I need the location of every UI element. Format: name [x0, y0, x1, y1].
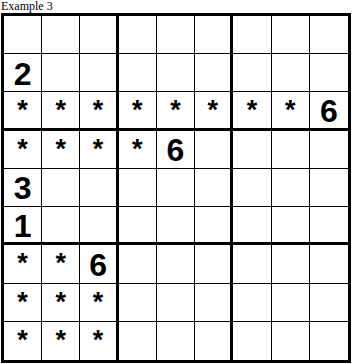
asterisk-mark: * [93, 327, 104, 354]
asterisk-mark: * [93, 97, 104, 124]
asterisk-mark: * [56, 97, 67, 124]
cell-r6c7[interactable] [233, 207, 271, 245]
cell-r5c8[interactable] [272, 169, 310, 207]
cell-r2c6[interactable] [195, 54, 233, 92]
asterisk-mark: * [207, 97, 218, 124]
cell-r2c1[interactable]: 2 [4, 54, 42, 92]
cell-r8c4[interactable] [119, 284, 157, 322]
cell-r1c8[interactable] [272, 16, 310, 54]
cell-r1c1[interactable] [4, 16, 42, 54]
cell-r7c4[interactable] [119, 245, 157, 283]
cell-r5c3[interactable] [80, 169, 118, 207]
cell-r3c8[interactable]: * [272, 92, 310, 130]
cell-r7c1[interactable]: * [4, 245, 42, 283]
cell-r8c8[interactable] [272, 284, 310, 322]
cell-r7c5[interactable] [157, 245, 195, 283]
given-digit: 6 [320, 93, 338, 127]
cell-r4c9[interactable] [310, 131, 348, 169]
cell-r4c3[interactable]: * [80, 131, 118, 169]
cell-r4c8[interactable] [272, 131, 310, 169]
cell-r9c4[interactable] [119, 322, 157, 360]
asterisk-mark: * [93, 289, 104, 316]
cell-r6c9[interactable] [310, 207, 348, 245]
asterisk-mark: * [56, 327, 67, 354]
cell-r4c5[interactable]: 6 [157, 131, 195, 169]
asterisk-mark: * [17, 136, 28, 163]
cell-r9c2[interactable]: * [42, 322, 80, 360]
cell-r5c6[interactable] [195, 169, 233, 207]
cell-r1c5[interactable] [157, 16, 195, 54]
cell-r6c8[interactable] [272, 207, 310, 245]
cell-r8c6[interactable] [195, 284, 233, 322]
cell-r3c7[interactable]: * [233, 92, 271, 130]
asterisk-mark: * [285, 97, 296, 124]
asterisk-mark: * [56, 250, 67, 277]
asterisk-mark: * [170, 97, 181, 124]
cell-r8c2[interactable]: * [42, 284, 80, 322]
asterisk-mark: * [17, 327, 28, 354]
cell-r7c3[interactable]: 6 [80, 245, 118, 283]
given-digit: 3 [14, 170, 32, 204]
cell-r1c9[interactable] [310, 16, 348, 54]
asterisk-mark: * [17, 250, 28, 277]
asterisk-mark: * [17, 97, 28, 124]
cell-r9c7[interactable] [233, 322, 271, 360]
given-digit: 1 [14, 208, 32, 242]
cell-r7c7[interactable] [233, 245, 271, 283]
sudoku-board: 2********6****631**6****** [1, 13, 351, 363]
cell-r2c4[interactable] [119, 54, 157, 92]
cell-r6c3[interactable] [80, 207, 118, 245]
sudoku-diagram: Example 3 2********6****631**6****** [0, 0, 352, 364]
asterisk-mark: * [132, 97, 143, 124]
cell-r7c2[interactable]: * [42, 245, 80, 283]
cell-r3c9[interactable]: 6 [310, 92, 348, 130]
asterisk-mark: * [247, 97, 258, 124]
cell-r1c4[interactable] [119, 16, 157, 54]
cell-r5c1[interactable]: 3 [4, 169, 42, 207]
cell-r6c6[interactable] [195, 207, 233, 245]
cell-r2c2[interactable] [42, 54, 80, 92]
asterisk-mark: * [56, 289, 67, 316]
cell-r3c1[interactable]: * [4, 92, 42, 130]
cell-r7c6[interactable] [195, 245, 233, 283]
cell-r3c5[interactable]: * [157, 92, 195, 130]
cell-r3c2[interactable]: * [42, 92, 80, 130]
cell-r1c6[interactable] [195, 16, 233, 54]
asterisk-mark: * [17, 289, 28, 316]
cell-r6c2[interactable] [42, 207, 80, 245]
cell-r8c9[interactable] [310, 284, 348, 322]
cell-r5c4[interactable] [119, 169, 157, 207]
cell-r7c9[interactable] [310, 245, 348, 283]
cell-r2c9[interactable] [310, 54, 348, 92]
cell-r2c7[interactable] [233, 54, 271, 92]
cell-r9c9[interactable] [310, 322, 348, 360]
cell-r1c7[interactable] [233, 16, 271, 54]
cell-r4c4[interactable]: * [119, 131, 157, 169]
cell-r9c8[interactable] [272, 322, 310, 360]
cell-r3c4[interactable]: * [119, 92, 157, 130]
cell-r1c2[interactable] [42, 16, 80, 54]
cell-r6c1[interactable]: 1 [4, 207, 42, 245]
cell-r8c1[interactable]: * [4, 284, 42, 322]
asterisk-mark: * [56, 136, 67, 163]
cell-r5c2[interactable] [42, 169, 80, 207]
cell-r6c5[interactable] [157, 207, 195, 245]
page-title: Example 3 [1, 0, 53, 13]
cell-r2c5[interactable] [157, 54, 195, 92]
cell-r5c5[interactable] [157, 169, 195, 207]
cell-r8c7[interactable] [233, 284, 271, 322]
cell-r9c5[interactable] [157, 322, 195, 360]
cell-r9c1[interactable]: * [4, 322, 42, 360]
cell-r4c6[interactable] [195, 131, 233, 169]
cell-r4c2[interactable]: * [42, 131, 80, 169]
given-digit: 6 [167, 132, 185, 166]
asterisk-mark: * [93, 136, 104, 163]
cell-r6c4[interactable] [119, 207, 157, 245]
cell-r2c8[interactable] [272, 54, 310, 92]
given-digit: 6 [89, 247, 107, 281]
cell-r9c3[interactable]: * [80, 322, 118, 360]
cell-r5c7[interactable] [233, 169, 271, 207]
cell-r3c6[interactable]: * [195, 92, 233, 130]
cell-r5c9[interactable] [310, 169, 348, 207]
cell-r4c7[interactable] [233, 131, 271, 169]
cell-r8c3[interactable]: * [80, 284, 118, 322]
cell-r2c3[interactable] [80, 54, 118, 92]
cell-r9c6[interactable] [195, 322, 233, 360]
asterisk-mark: * [132, 136, 143, 163]
cell-r4c1[interactable]: * [4, 131, 42, 169]
cell-r3c3[interactable]: * [80, 92, 118, 130]
cell-r8c5[interactable] [157, 284, 195, 322]
cell-r7c8[interactable] [272, 245, 310, 283]
given-digit: 2 [14, 56, 32, 90]
cell-r1c3[interactable] [80, 16, 118, 54]
